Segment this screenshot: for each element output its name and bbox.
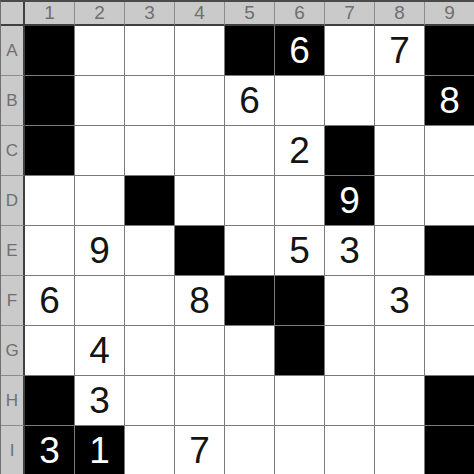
row-header-D: D bbox=[1, 176, 25, 226]
cell-F5 bbox=[225, 276, 275, 326]
cell-C6[interactable]: 2 bbox=[275, 126, 325, 176]
cell-C4[interactable] bbox=[175, 126, 225, 176]
cell-B7[interactable] bbox=[325, 76, 375, 126]
cell-C7 bbox=[325, 126, 375, 176]
cell-C3[interactable] bbox=[125, 126, 175, 176]
cell-A1 bbox=[25, 26, 75, 76]
cell-D8[interactable] bbox=[375, 176, 425, 226]
cell-F7[interactable] bbox=[325, 276, 375, 326]
cell-B2[interactable] bbox=[75, 76, 125, 126]
cell-H9 bbox=[425, 376, 474, 426]
cell-H8[interactable] bbox=[375, 376, 425, 426]
row-header-H: H bbox=[1, 376, 25, 426]
cell-F2[interactable] bbox=[75, 276, 125, 326]
cell-A3[interactable] bbox=[125, 26, 175, 76]
cell-F6 bbox=[275, 276, 325, 326]
col-header-6: 6 bbox=[275, 2, 325, 26]
cell-B3[interactable] bbox=[125, 76, 175, 126]
cell-I1: 3 bbox=[25, 426, 75, 474]
cell-E7[interactable]: 3 bbox=[325, 226, 375, 276]
cell-E6[interactable]: 5 bbox=[275, 226, 325, 276]
col-header-9: 9 bbox=[425, 2, 474, 26]
cell-A9 bbox=[425, 26, 474, 76]
cell-G5[interactable] bbox=[225, 326, 275, 376]
row-header-I: I bbox=[1, 426, 25, 474]
cell-D6[interactable] bbox=[275, 176, 325, 226]
cell-E3[interactable] bbox=[125, 226, 175, 276]
cell-I8[interactable] bbox=[375, 426, 425, 474]
cell-G1[interactable] bbox=[25, 326, 75, 376]
cell-H3[interactable] bbox=[125, 376, 175, 426]
cell-I6[interactable] bbox=[275, 426, 325, 474]
cell-E1[interactable] bbox=[25, 226, 75, 276]
cell-E2[interactable]: 9 bbox=[75, 226, 125, 276]
cell-D4[interactable] bbox=[175, 176, 225, 226]
row-header-F: F bbox=[1, 276, 25, 326]
cell-D2[interactable] bbox=[75, 176, 125, 226]
cell-B4[interactable] bbox=[175, 76, 225, 126]
cell-H7[interactable] bbox=[325, 376, 375, 426]
cell-E9 bbox=[425, 226, 474, 276]
cell-A7[interactable] bbox=[325, 26, 375, 76]
cell-G6 bbox=[275, 326, 325, 376]
cell-H1 bbox=[25, 376, 75, 426]
cell-A2[interactable] bbox=[75, 26, 125, 76]
cell-D9[interactable] bbox=[425, 176, 474, 226]
col-header-8: 8 bbox=[375, 2, 425, 26]
cell-G3[interactable] bbox=[125, 326, 175, 376]
row-header-B: B bbox=[1, 76, 25, 126]
cell-I5[interactable] bbox=[225, 426, 275, 474]
cell-B6[interactable] bbox=[275, 76, 325, 126]
cell-D5[interactable] bbox=[225, 176, 275, 226]
cell-D7: 9 bbox=[325, 176, 375, 226]
cell-D1[interactable] bbox=[25, 176, 75, 226]
cell-A5 bbox=[225, 26, 275, 76]
cell-E8[interactable] bbox=[375, 226, 425, 276]
cell-H6[interactable] bbox=[275, 376, 325, 426]
row-header-C: C bbox=[1, 126, 25, 176]
cell-I7[interactable] bbox=[325, 426, 375, 474]
cell-B1 bbox=[25, 76, 75, 126]
cell-A8[interactable]: 7 bbox=[375, 26, 425, 76]
cell-E4 bbox=[175, 226, 225, 276]
corner-cell bbox=[1, 2, 25, 26]
col-header-1: 1 bbox=[25, 2, 75, 26]
cell-B9: 8 bbox=[425, 76, 474, 126]
cell-H2[interactable]: 3 bbox=[75, 376, 125, 426]
row-header-E: E bbox=[1, 226, 25, 276]
cell-A4[interactable] bbox=[175, 26, 225, 76]
col-header-2: 2 bbox=[75, 2, 125, 26]
cell-G9[interactable] bbox=[425, 326, 474, 376]
row-header-A: A bbox=[1, 26, 25, 76]
col-header-5: 5 bbox=[225, 2, 275, 26]
cell-D3 bbox=[125, 176, 175, 226]
str8ts-board: 123456789A67B68C2D9E953F683G4H3I317 bbox=[0, 0, 474, 474]
col-header-3: 3 bbox=[125, 2, 175, 26]
cell-F3[interactable] bbox=[125, 276, 175, 326]
cell-F8[interactable]: 3 bbox=[375, 276, 425, 326]
cell-I4[interactable]: 7 bbox=[175, 426, 225, 474]
cell-A6: 6 bbox=[275, 26, 325, 76]
cell-F1[interactable]: 6 bbox=[25, 276, 75, 326]
cell-G2[interactable]: 4 bbox=[75, 326, 125, 376]
cell-B8[interactable] bbox=[375, 76, 425, 126]
cell-E5[interactable] bbox=[225, 226, 275, 276]
cell-C2[interactable] bbox=[75, 126, 125, 176]
cell-I3[interactable] bbox=[125, 426, 175, 474]
cell-B5[interactable]: 6 bbox=[225, 76, 275, 126]
col-header-7: 7 bbox=[325, 2, 375, 26]
cell-G8[interactable] bbox=[375, 326, 425, 376]
cell-H4[interactable] bbox=[175, 376, 225, 426]
cell-C1 bbox=[25, 126, 75, 176]
cell-C8[interactable] bbox=[375, 126, 425, 176]
cell-F9[interactable] bbox=[425, 276, 474, 326]
cell-F4[interactable]: 8 bbox=[175, 276, 225, 326]
cell-G7[interactable] bbox=[325, 326, 375, 376]
cell-H5[interactable] bbox=[225, 376, 275, 426]
cell-C9[interactable] bbox=[425, 126, 474, 176]
row-header-G: G bbox=[1, 326, 25, 376]
col-header-4: 4 bbox=[175, 2, 225, 26]
cell-C5[interactable] bbox=[225, 126, 275, 176]
cell-I2: 1 bbox=[75, 426, 125, 474]
cell-G4[interactable] bbox=[175, 326, 225, 376]
cell-I9 bbox=[425, 426, 474, 474]
